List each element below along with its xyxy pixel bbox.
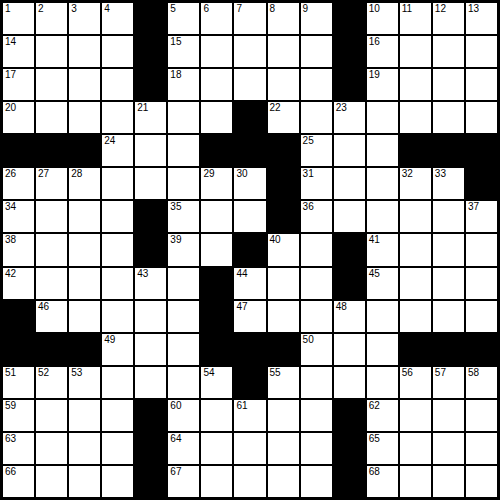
- clue-number: 56: [402, 367, 413, 379]
- letter-cell-r7c2[interactable]: [36, 201, 67, 232]
- black-cell-r11c1: [3, 334, 34, 365]
- black-cell-r14c5: [135, 433, 166, 464]
- letter-cell-r13c15[interactable]: [466, 400, 497, 431]
- black-cell-r11c15: [466, 334, 497, 365]
- letter-cell-r7c8[interactable]: [234, 201, 265, 232]
- letter-cell-r6c10[interactable]: 31: [301, 168, 332, 199]
- letter-cell-r1c13[interactable]: 11: [400, 3, 431, 34]
- letter-cell-r12c1[interactable]: 51: [3, 367, 34, 398]
- letter-cell-r3c14[interactable]: [433, 69, 464, 100]
- letter-cell-r14c2[interactable]: [36, 433, 67, 464]
- letter-cell-r9c13[interactable]: [400, 268, 431, 299]
- letter-cell-r12c7[interactable]: 54: [201, 367, 232, 398]
- clue-number: 45: [369, 268, 380, 280]
- letter-cell-r8c15[interactable]: [466, 234, 497, 265]
- clue-number: 41: [369, 234, 380, 246]
- letter-cell-r5c5[interactable]: [135, 135, 166, 166]
- black-cell-r5c7: [201, 135, 232, 166]
- black-cell-r11c8: [234, 334, 265, 365]
- letter-cell-r1c2[interactable]: 2: [36, 3, 67, 34]
- clue-number: 24: [104, 135, 115, 147]
- clue-number: 19: [369, 69, 380, 81]
- black-cell-r13c11: [334, 400, 365, 431]
- clue-number: 44: [236, 268, 247, 280]
- clue-number: 67: [170, 466, 181, 478]
- letter-cell-r4c7[interactable]: [201, 102, 232, 133]
- clue-number: 39: [170, 234, 181, 246]
- letter-cell-r12c12[interactable]: [367, 367, 398, 398]
- letter-cell-r6c2[interactable]: 27: [36, 168, 67, 199]
- letter-cell-r7c14[interactable]: [433, 201, 464, 232]
- clue-number: 30: [236, 168, 247, 180]
- letter-cell-r4c2[interactable]: [36, 102, 67, 133]
- letter-cell-r15c12[interactable]: 68: [367, 466, 398, 497]
- clue-number: 34: [5, 201, 16, 213]
- letter-cell-r12c3[interactable]: 53: [69, 367, 100, 398]
- clue-number: 18: [170, 69, 181, 81]
- letter-cell-r2c3[interactable]: [69, 36, 100, 67]
- letter-cell-r6c8[interactable]: 30: [234, 168, 265, 199]
- clue-number: 60: [170, 400, 181, 412]
- black-cell-r7c9: [268, 201, 299, 232]
- black-cell-r15c11: [334, 466, 365, 497]
- letter-cell-r3c15[interactable]: [466, 69, 497, 100]
- letter-cell-r7c1[interactable]: 34: [3, 201, 34, 232]
- letter-cell-r3c10[interactable]: [301, 69, 332, 100]
- letter-cell-r13c2[interactable]: [36, 400, 67, 431]
- letter-cell-r7c13[interactable]: [400, 201, 431, 232]
- letter-cell-r4c10[interactable]: [301, 102, 332, 133]
- letter-cell-r2c6[interactable]: 15: [168, 36, 199, 67]
- letter-cell-r12c2[interactable]: 52: [36, 367, 67, 398]
- letter-cell-r13c14[interactable]: [433, 400, 464, 431]
- letter-cell-r10c3[interactable]: [69, 301, 100, 332]
- clue-number: 13: [468, 3, 479, 15]
- letter-cell-r1c7[interactable]: 6: [201, 3, 232, 34]
- letter-cell-r5c11[interactable]: [334, 135, 365, 166]
- black-cell-r10c7: [201, 301, 232, 332]
- letter-cell-r15c7[interactable]: [201, 466, 232, 497]
- black-cell-r1c5: [135, 3, 166, 34]
- letter-cell-r9c4[interactable]: [102, 268, 133, 299]
- letter-cell-r13c6[interactable]: 60: [168, 400, 199, 431]
- clue-number: 1: [5, 3, 11, 15]
- letter-cell-r3c6[interactable]: 18: [168, 69, 199, 100]
- letter-cell-r2c9[interactable]: [268, 36, 299, 67]
- black-cell-r6c9: [268, 168, 299, 199]
- letter-cell-r1c4[interactable]: 4: [102, 3, 133, 34]
- clue-number: 21: [137, 102, 148, 114]
- clue-number: 52: [38, 367, 49, 379]
- letter-cell-r1c15[interactable]: 13: [466, 3, 497, 34]
- black-cell-r15c5: [135, 466, 166, 497]
- letter-cell-r14c15[interactable]: [466, 433, 497, 464]
- black-cell-r8c8: [234, 234, 265, 265]
- letter-cell-r9c9[interactable]: [268, 268, 299, 299]
- letter-cell-r12c5[interactable]: [135, 367, 166, 398]
- letter-cell-r10c14[interactable]: [433, 301, 464, 332]
- clue-number: 23: [336, 102, 347, 114]
- letter-cell-r1c3[interactable]: 3: [69, 3, 100, 34]
- letter-cell-r10c12[interactable]: [367, 301, 398, 332]
- black-cell-r11c3: [69, 334, 100, 365]
- letter-cell-r15c6[interactable]: 67: [168, 466, 199, 497]
- clue-number: 25: [303, 135, 314, 147]
- letter-cell-r7c4[interactable]: [102, 201, 133, 232]
- clue-number: 59: [5, 400, 16, 412]
- letter-cell-r4c1[interactable]: 20: [3, 102, 34, 133]
- letter-cell-r10c2[interactable]: 46: [36, 301, 67, 332]
- clue-number: 14: [5, 36, 16, 48]
- letter-cell-r8c12[interactable]: 41: [367, 234, 398, 265]
- letter-cell-r15c13[interactable]: [400, 466, 431, 497]
- letter-cell-r2c15[interactable]: [466, 36, 497, 67]
- letter-cell-r12c4[interactable]: [102, 367, 133, 398]
- clue-number: 33: [435, 168, 446, 180]
- letter-cell-r4c4[interactable]: [102, 102, 133, 133]
- letter-cell-r15c10[interactable]: [301, 466, 332, 497]
- letter-cell-r6c5[interactable]: [135, 168, 166, 199]
- letter-cell-r6c3[interactable]: 28: [69, 168, 100, 199]
- letter-cell-r3c8[interactable]: [234, 69, 265, 100]
- black-cell-r11c9: [268, 334, 299, 365]
- letter-cell-r9c14[interactable]: [433, 268, 464, 299]
- black-cell-r9c11: [334, 268, 365, 299]
- clue-number: 63: [5, 433, 16, 445]
- letter-cell-r7c11[interactable]: [334, 201, 365, 232]
- letter-cell-r10c11[interactable]: 48: [334, 301, 365, 332]
- letter-cell-r1c14[interactable]: 12: [433, 3, 464, 34]
- letter-cell-r13c3[interactable]: [69, 400, 100, 431]
- letter-cell-r1c10[interactable]: 9: [301, 3, 332, 34]
- black-cell-r11c14: [433, 334, 464, 365]
- letter-cell-r13c4[interactable]: [102, 400, 133, 431]
- clue-number: 66: [5, 466, 16, 478]
- clue-number: 49: [104, 334, 115, 346]
- clue-number: 32: [402, 168, 413, 180]
- black-cell-r11c2: [36, 334, 67, 365]
- letter-cell-r2c1[interactable]: 14: [3, 36, 34, 67]
- letter-cell-r14c7[interactable]: [201, 433, 232, 464]
- letter-cell-r9c3[interactable]: [69, 268, 100, 299]
- letter-cell-r11c6[interactable]: [168, 334, 199, 365]
- letter-cell-r7c12[interactable]: [367, 201, 398, 232]
- letter-cell-r6c13[interactable]: 32: [400, 168, 431, 199]
- clue-number: 37: [468, 201, 479, 213]
- letter-cell-r13c1[interactable]: 59: [3, 400, 34, 431]
- letter-cell-r10c5[interactable]: [135, 301, 166, 332]
- clue-number: 9: [303, 3, 309, 15]
- letter-cell-r9c10[interactable]: [301, 268, 332, 299]
- letter-cell-r5c10[interactable]: 25: [301, 135, 332, 166]
- letter-cell-r14c14[interactable]: [433, 433, 464, 464]
- clue-number: 10: [369, 3, 380, 15]
- letter-cell-r10c4[interactable]: [102, 301, 133, 332]
- letter-cell-r14c1[interactable]: 63: [3, 433, 34, 464]
- letter-cell-r8c3[interactable]: [69, 234, 100, 265]
- letter-cell-r6c1[interactable]: 26: [3, 168, 34, 199]
- letter-cell-r8c4[interactable]: [102, 234, 133, 265]
- letter-cell-r1c8[interactable]: 7: [234, 3, 265, 34]
- letter-cell-r10c9[interactable]: [268, 301, 299, 332]
- black-cell-r5c13: [400, 135, 431, 166]
- clue-number: 61: [236, 400, 247, 412]
- letter-cell-r3c3[interactable]: [69, 69, 100, 100]
- black-cell-r7c5: [135, 201, 166, 232]
- black-cell-r13c5: [135, 400, 166, 431]
- letter-cell-r5c12[interactable]: [367, 135, 398, 166]
- clue-number: 4: [104, 3, 110, 15]
- letter-cell-r1c9[interactable]: 8: [268, 3, 299, 34]
- letter-cell-r2c8[interactable]: [234, 36, 265, 67]
- letter-cell-r12c6[interactable]: [168, 367, 199, 398]
- letter-cell-r2c7[interactable]: [201, 36, 232, 67]
- letter-cell-r13c8[interactable]: 61: [234, 400, 265, 431]
- letter-cell-r8c14[interactable]: [433, 234, 464, 265]
- letter-cell-r14c10[interactable]: [301, 433, 332, 464]
- letter-cell-r11c11[interactable]: [334, 334, 365, 365]
- letter-cell-r9c8[interactable]: 44: [234, 268, 265, 299]
- clue-number: 50: [303, 334, 314, 346]
- clue-number: 54: [203, 367, 214, 379]
- letter-cell-r3c2[interactable]: [36, 69, 67, 100]
- clue-number: 15: [170, 36, 181, 48]
- letter-cell-r9c5[interactable]: 43: [135, 268, 166, 299]
- black-cell-r5c3: [69, 135, 100, 166]
- clue-number: 20: [5, 102, 16, 114]
- letter-cell-r14c8[interactable]: [234, 433, 265, 464]
- clue-number: 27: [38, 168, 49, 180]
- letter-cell-r3c12[interactable]: 19: [367, 69, 398, 100]
- letter-cell-r14c9[interactable]: [268, 433, 299, 464]
- letter-cell-r15c4[interactable]: [102, 466, 133, 497]
- letter-cell-r10c6[interactable]: [168, 301, 199, 332]
- black-cell-r10c1: [3, 301, 34, 332]
- letter-cell-r12c13[interactable]: 56: [400, 367, 431, 398]
- letter-cell-r15c15[interactable]: [466, 466, 497, 497]
- black-cell-r8c5: [135, 234, 166, 265]
- letter-cell-r4c6[interactable]: [168, 102, 199, 133]
- letter-cell-r13c13[interactable]: [400, 400, 431, 431]
- letter-cell-r10c10[interactable]: [301, 301, 332, 332]
- letter-cell-r3c13[interactable]: [400, 69, 431, 100]
- letter-cell-r14c4[interactable]: [102, 433, 133, 464]
- letter-cell-r8c6[interactable]: 39: [168, 234, 199, 265]
- letter-cell-r6c7[interactable]: 29: [201, 168, 232, 199]
- letter-cell-r6c4[interactable]: [102, 168, 133, 199]
- letter-cell-r7c10[interactable]: 36: [301, 201, 332, 232]
- letter-cell-r10c13[interactable]: [400, 301, 431, 332]
- letter-cell-r2c2[interactable]: [36, 36, 67, 67]
- black-cell-r11c13: [400, 334, 431, 365]
- clue-number: 11: [402, 3, 412, 15]
- black-cell-r4c8: [234, 102, 265, 133]
- letter-cell-r4c15[interactable]: [466, 102, 497, 133]
- clue-number: 8: [270, 3, 276, 15]
- clue-number: 26: [5, 168, 16, 180]
- black-cell-r5c15: [466, 135, 497, 166]
- letter-cell-r9c2[interactable]: [36, 268, 67, 299]
- letter-cell-r12c11[interactable]: [334, 367, 365, 398]
- letter-cell-r4c12[interactable]: [367, 102, 398, 133]
- clue-number: 36: [303, 201, 314, 213]
- clue-number: 46: [38, 301, 49, 313]
- letter-cell-r3c9[interactable]: [268, 69, 299, 100]
- black-cell-r3c5: [135, 69, 166, 100]
- black-cell-r5c8: [234, 135, 265, 166]
- letter-cell-r12c14[interactable]: 57: [433, 367, 464, 398]
- letter-cell-r14c13[interactable]: [400, 433, 431, 464]
- clue-number: 22: [270, 102, 281, 114]
- letter-cell-r6c11[interactable]: [334, 168, 365, 199]
- letter-cell-r15c3[interactable]: [69, 466, 100, 497]
- letter-cell-r8c2[interactable]: [36, 234, 67, 265]
- black-cell-r9c7: [201, 268, 232, 299]
- letter-cell-r10c8[interactable]: 47: [234, 301, 265, 332]
- clue-number: 57: [435, 367, 446, 379]
- letter-cell-r4c11[interactable]: 23: [334, 102, 365, 133]
- letter-cell-r11c10[interactable]: 50: [301, 334, 332, 365]
- letter-cell-r8c13[interactable]: [400, 234, 431, 265]
- letter-cell-r3c1[interactable]: 17: [3, 69, 34, 100]
- black-cell-r2c11: [334, 36, 365, 67]
- clue-number: 28: [71, 168, 82, 180]
- black-cell-r5c1: [3, 135, 34, 166]
- letter-cell-r15c9[interactable]: [268, 466, 299, 497]
- clue-number: 65: [369, 433, 380, 445]
- clue-number: 42: [5, 268, 16, 280]
- letter-cell-r2c13[interactable]: [400, 36, 431, 67]
- letter-cell-r13c12[interactable]: 62: [367, 400, 398, 431]
- letter-cell-r14c3[interactable]: [69, 433, 100, 464]
- clue-number: 62: [369, 400, 380, 412]
- clue-number: 17: [5, 69, 16, 81]
- clue-number: 3: [71, 3, 77, 15]
- letter-cell-r7c3[interactable]: [69, 201, 100, 232]
- clue-number: 51: [5, 367, 16, 379]
- letter-cell-r7c15[interactable]: 37: [466, 201, 497, 232]
- letter-cell-r9c12[interactable]: 45: [367, 268, 398, 299]
- letter-cell-r11c12[interactable]: [367, 334, 398, 365]
- black-cell-r3c11: [334, 69, 365, 100]
- clue-number: 29: [203, 168, 214, 180]
- letter-cell-r1c6[interactable]: 5: [168, 3, 199, 34]
- clue-number: 12: [435, 3, 446, 15]
- clue-number: 38: [5, 234, 16, 246]
- black-cell-r6c15: [466, 168, 497, 199]
- letter-cell-r8c10[interactable]: [301, 234, 332, 265]
- letter-cell-r8c9[interactable]: 40: [268, 234, 299, 265]
- letter-cell-r13c10[interactable]: [301, 400, 332, 431]
- black-cell-r14c11: [334, 433, 365, 464]
- letter-cell-r4c5[interactable]: 21: [135, 102, 166, 133]
- letter-cell-r13c7[interactable]: [201, 400, 232, 431]
- black-cell-r5c2: [36, 135, 67, 166]
- letter-cell-r12c10[interactable]: [301, 367, 332, 398]
- letter-cell-r3c4[interactable]: [102, 69, 133, 100]
- clue-number: 43: [137, 268, 148, 280]
- clue-number: 40: [270, 234, 281, 246]
- clue-number: 53: [71, 367, 82, 379]
- letter-cell-r8c1[interactable]: 38: [3, 234, 34, 265]
- letter-cell-r14c12[interactable]: 65: [367, 433, 398, 464]
- letter-cell-r7c6[interactable]: 35: [168, 201, 199, 232]
- clue-number: 6: [203, 3, 209, 15]
- letter-cell-r10c15[interactable]: [466, 301, 497, 332]
- black-cell-r2c5: [135, 36, 166, 67]
- letter-cell-r1c1[interactable]: 1: [3, 3, 34, 34]
- black-cell-r8c11: [334, 234, 365, 265]
- clue-number: 68: [369, 466, 380, 478]
- letter-cell-r2c10[interactable]: [301, 36, 332, 67]
- black-cell-r1c11: [334, 3, 365, 34]
- letter-cell-r5c6[interactable]: [168, 135, 199, 166]
- clue-number: 48: [336, 301, 347, 313]
- letter-cell-r6c14[interactable]: 33: [433, 168, 464, 199]
- clue-number: 2: [38, 3, 44, 15]
- black-cell-r11c7: [201, 334, 232, 365]
- letter-cell-r2c14[interactable]: [433, 36, 464, 67]
- letter-cell-r11c5[interactable]: [135, 334, 166, 365]
- letter-cell-r9c1[interactable]: 42: [3, 268, 34, 299]
- letter-cell-r15c8[interactable]: [234, 466, 265, 497]
- letter-cell-r1c12[interactable]: 10: [367, 3, 398, 34]
- letter-cell-r6c12[interactable]: [367, 168, 398, 199]
- letter-cell-r9c15[interactable]: [466, 268, 497, 299]
- letter-cell-r6c6[interactable]: [168, 168, 199, 199]
- black-cell-r5c14: [433, 135, 464, 166]
- black-cell-r12c8: [234, 367, 265, 398]
- letter-cell-r4c9[interactable]: 22: [268, 102, 299, 133]
- letter-cell-r15c1[interactable]: 66: [3, 466, 34, 497]
- letter-cell-r4c3[interactable]: [69, 102, 100, 133]
- letter-cell-r7c7[interactable]: [201, 201, 232, 232]
- clue-number: 31: [303, 168, 314, 180]
- letter-cell-r15c14[interactable]: [433, 466, 464, 497]
- letter-cell-r2c12[interactable]: 16: [367, 36, 398, 67]
- clue-number: 35: [170, 201, 181, 213]
- letter-cell-r2c4[interactable]: [102, 36, 133, 67]
- letter-cell-r8c7[interactable]: [201, 234, 232, 265]
- letter-cell-r4c14[interactable]: [433, 102, 464, 133]
- clue-number: 55: [270, 367, 281, 379]
- clue-number: 64: [170, 433, 181, 445]
- black-cell-r5c9: [268, 135, 299, 166]
- clue-number: 7: [236, 3, 242, 15]
- clue-number: 5: [170, 3, 176, 15]
- letter-cell-r12c9[interactable]: 55: [268, 367, 299, 398]
- letter-cell-r3c7[interactable]: [201, 69, 232, 100]
- letter-cell-r13c9[interactable]: [268, 400, 299, 431]
- letter-cell-r14c6[interactable]: 64: [168, 433, 199, 464]
- clue-number: 16: [369, 36, 380, 48]
- letter-cell-r5c4[interactable]: 24: [102, 135, 133, 166]
- letter-cell-r4c13[interactable]: [400, 102, 431, 133]
- crossword-board: 1234567891011121314151617181920212223242…: [0, 0, 500, 500]
- clue-number: 47: [236, 301, 247, 313]
- letter-cell-r15c2[interactable]: [36, 466, 67, 497]
- letter-cell-r9c6[interactable]: [168, 268, 199, 299]
- letter-cell-r11c4[interactable]: 49: [102, 334, 133, 365]
- letter-cell-r12c15[interactable]: 58: [466, 367, 497, 398]
- clue-number: 58: [468, 367, 479, 379]
